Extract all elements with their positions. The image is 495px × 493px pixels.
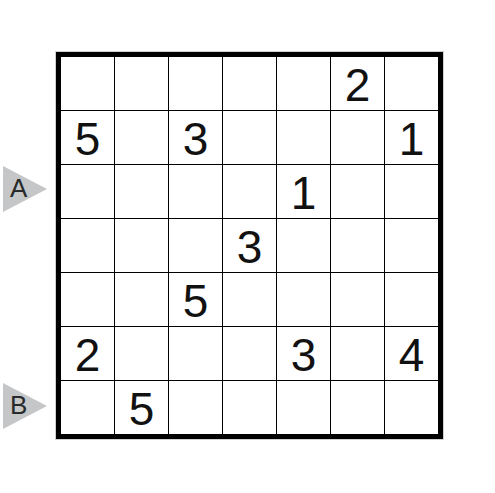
cell-r3c6[interactable] [331, 165, 384, 218]
cell-r4c3[interactable] [169, 219, 222, 272]
cell-r7c2: 5 [115, 381, 168, 434]
answer-row-label-a: A [10, 175, 27, 201]
cell-r4c1[interactable] [61, 219, 114, 272]
cell-r3c2[interactable] [115, 165, 168, 218]
cell-r1c1[interactable] [61, 57, 114, 110]
clue-number: 3 [237, 224, 263, 270]
cell-r4c5[interactable] [277, 219, 330, 272]
cell-r5c7[interactable] [385, 273, 438, 326]
cell-r2c3: 3 [169, 111, 222, 164]
cell-r6c2[interactable] [115, 327, 168, 380]
cell-r5c2[interactable] [115, 273, 168, 326]
answer-row-marker-b: B [3, 383, 47, 429]
cell-r1c3[interactable] [169, 57, 222, 110]
cell-r2c2[interactable] [115, 111, 168, 164]
clue-number: 4 [399, 332, 425, 378]
cell-r6c3[interactable] [169, 327, 222, 380]
puzzle-grid: 25311352345 [56, 52, 443, 439]
cell-r7c6[interactable] [331, 381, 384, 434]
cell-r3c5: 1 [277, 165, 330, 218]
cell-r3c4[interactable] [223, 165, 276, 218]
clue-number: 3 [291, 332, 317, 378]
clue-number: 1 [291, 170, 317, 216]
answer-row-label-b: B [10, 392, 27, 418]
cell-r3c7[interactable] [385, 165, 438, 218]
cell-r2c6[interactable] [331, 111, 384, 164]
cell-r1c5[interactable] [277, 57, 330, 110]
clue-number: 5 [183, 278, 209, 324]
cell-r1c4[interactable] [223, 57, 276, 110]
cell-r1c6: 2 [331, 57, 384, 110]
cell-r4c6[interactable] [331, 219, 384, 272]
cell-r7c1[interactable] [61, 381, 114, 434]
cell-r2c5[interactable] [277, 111, 330, 164]
cell-r6c1: 2 [61, 327, 114, 380]
cell-r2c1: 5 [61, 111, 114, 164]
cell-r3c3[interactable] [169, 165, 222, 218]
cell-r7c7[interactable] [385, 381, 438, 434]
cell-r5c3: 5 [169, 273, 222, 326]
cell-r6c4[interactable] [223, 327, 276, 380]
cell-r5c6[interactable] [331, 273, 384, 326]
cell-r6c7: 4 [385, 327, 438, 380]
cell-r2c7: 1 [385, 111, 438, 164]
cell-r7c5[interactable] [277, 381, 330, 434]
clue-number: 2 [75, 332, 101, 378]
puzzle-page: A B 25311352345 [0, 0, 495, 493]
cell-r4c2[interactable] [115, 219, 168, 272]
answer-row-marker-a: A [3, 166, 47, 212]
clue-number: 1 [399, 116, 425, 162]
cell-r2c4[interactable] [223, 111, 276, 164]
cell-r7c3[interactable] [169, 381, 222, 434]
clue-number: 5 [129, 386, 155, 432]
cell-r4c7[interactable] [385, 219, 438, 272]
cell-r1c7[interactable] [385, 57, 438, 110]
cell-r7c4[interactable] [223, 381, 276, 434]
cell-r5c1[interactable] [61, 273, 114, 326]
cell-r3c1[interactable] [61, 165, 114, 218]
clue-number: 5 [75, 116, 101, 162]
cell-r1c2[interactable] [115, 57, 168, 110]
clue-number: 3 [183, 116, 209, 162]
clue-number: 2 [345, 62, 371, 108]
cell-r6c6[interactable] [331, 327, 384, 380]
cell-r6c5: 3 [277, 327, 330, 380]
cell-r4c4: 3 [223, 219, 276, 272]
cell-r5c4[interactable] [223, 273, 276, 326]
cell-r5c5[interactable] [277, 273, 330, 326]
